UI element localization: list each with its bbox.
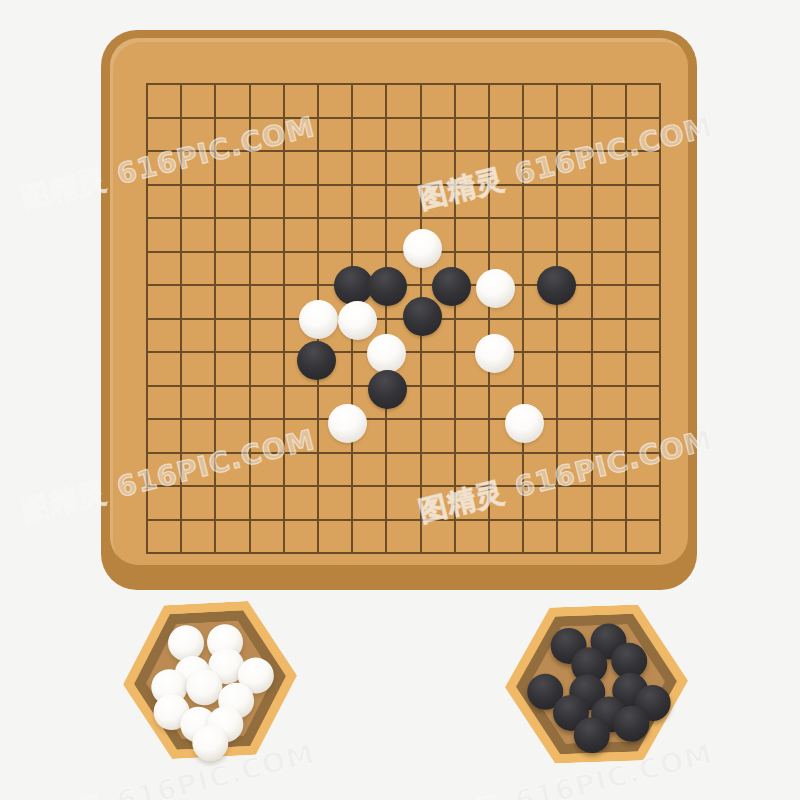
white-board-stone[interactable]: [476, 269, 515, 308]
watermark-logo: 图精灵: [17, 789, 109, 800]
white-board-stone[interactable]: [299, 300, 338, 339]
grid-line-horizontal: [146, 83, 661, 85]
black-board-stone[interactable]: [368, 267, 407, 306]
go-illustration: 图精灵616PIC.COM图精灵616PIC.COM图精灵616PIC.COM图…: [0, 0, 800, 800]
white-board-stone[interactable]: [505, 404, 544, 443]
white-board-stone[interactable]: [475, 334, 514, 373]
grid-line-horizontal: [146, 117, 661, 119]
go-board-grid: [146, 83, 661, 554]
black-board-stone[interactable]: [297, 341, 336, 380]
grid-line-horizontal: [146, 418, 661, 420]
white-stone-bowl: [119, 599, 301, 762]
black-stone-bowl: [502, 603, 690, 765]
grid-line-horizontal: [146, 552, 661, 554]
black-board-stone[interactable]: [537, 266, 576, 305]
watermark-logo: 图精灵: [17, 162, 109, 215]
white-board-stone[interactable]: [403, 229, 442, 268]
black-board-stone[interactable]: [403, 297, 442, 336]
grid-line-horizontal: [146, 485, 661, 487]
white-board-stone[interactable]: [328, 404, 367, 443]
white-board-stone[interactable]: [338, 301, 377, 340]
grid-line-horizontal: [146, 150, 661, 152]
black-board-stone[interactable]: [334, 266, 373, 305]
black-board-stone[interactable]: [432, 267, 471, 306]
go-board-surface: [110, 38, 688, 565]
black-board-stone[interactable]: [368, 370, 407, 409]
grid-line-horizontal: [146, 519, 661, 521]
watermark-logo: 图精灵: [415, 789, 507, 800]
go-board: [101, 30, 697, 590]
white-board-stone[interactable]: [367, 334, 406, 373]
grid-line-horizontal: [146, 184, 661, 186]
grid-line-horizontal: [146, 217, 661, 219]
grid-line-horizontal: [146, 452, 661, 454]
watermark-logo: 图精灵: [17, 475, 109, 528]
